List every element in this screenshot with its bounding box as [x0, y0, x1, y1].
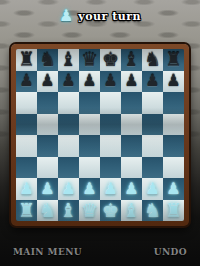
piece-black-pawn[interactable]: ♟	[103, 73, 117, 89]
square-b1[interactable]: ♞	[37, 200, 58, 222]
square-e1[interactable]: ♚	[100, 200, 121, 222]
square-c3[interactable]	[58, 157, 79, 179]
square-b3[interactable]	[37, 157, 58, 179]
square-d1[interactable]: ♛	[79, 200, 100, 222]
piece-white-rook[interactable]: ♜	[18, 201, 35, 220]
square-c4[interactable]	[58, 135, 79, 157]
square-g3[interactable]	[142, 157, 163, 179]
piece-white-bishop[interactable]: ♝	[123, 201, 140, 220]
piece-white-pawn[interactable]: ♟	[124, 181, 138, 197]
square-a2[interactable]: ♟	[16, 178, 37, 200]
square-h2[interactable]: ♟	[163, 178, 184, 200]
piece-black-queen[interactable]: ♛	[81, 50, 98, 69]
square-h4[interactable]	[163, 135, 184, 157]
square-g8[interactable]: ♞	[142, 49, 163, 71]
turn-indicator: ♟ your turn	[0, 5, 200, 27]
piece-black-rook[interactable]: ♜	[165, 50, 182, 69]
square-h3[interactable]	[163, 157, 184, 179]
square-c2[interactable]: ♟	[58, 178, 79, 200]
square-h5[interactable]	[163, 114, 184, 136]
piece-white-bishop[interactable]: ♝	[60, 201, 77, 220]
piece-black-bishop[interactable]: ♝	[123, 50, 140, 69]
square-g2[interactable]: ♟	[142, 178, 163, 200]
square-c7[interactable]: ♟	[58, 71, 79, 93]
piece-white-pawn[interactable]: ♟	[103, 181, 117, 197]
piece-black-pawn[interactable]: ♟	[82, 73, 96, 89]
square-f6[interactable]	[121, 92, 142, 114]
square-b4[interactable]	[37, 135, 58, 157]
piece-black-bishop[interactable]: ♝	[60, 50, 77, 69]
square-h1[interactable]: ♜	[163, 200, 184, 222]
chess-board[interactable]: ♜♞♝♛♚♝♞♜♟♟♟♟♟♟♟♟♟♟♟♟♟♟♟♟♜♞♝♛♚♝♞♜	[16, 49, 184, 221]
piece-white-pawn[interactable]: ♟	[40, 181, 54, 197]
square-d8[interactable]: ♛	[79, 49, 100, 71]
square-b7[interactable]: ♟	[37, 71, 58, 93]
piece-black-knight[interactable]: ♞	[39, 50, 56, 69]
square-h8[interactable]: ♜	[163, 49, 184, 71]
piece-white-pawn[interactable]: ♟	[82, 181, 96, 197]
square-g1[interactable]: ♞	[142, 200, 163, 222]
piece-black-rook[interactable]: ♜	[18, 50, 35, 69]
square-b5[interactable]	[37, 114, 58, 136]
piece-white-rook[interactable]: ♜	[165, 201, 182, 220]
piece-white-pawn[interactable]: ♟	[61, 181, 75, 197]
piece-black-pawn[interactable]: ♟	[40, 73, 54, 89]
square-e8[interactable]: ♚	[100, 49, 121, 71]
square-d5[interactable]	[79, 114, 100, 136]
square-a3[interactable]	[16, 157, 37, 179]
square-b8[interactable]: ♞	[37, 49, 58, 71]
piece-white-pawn[interactable]: ♟	[166, 181, 180, 197]
square-f2[interactable]: ♟	[121, 178, 142, 200]
square-f8[interactable]: ♝	[121, 49, 142, 71]
piece-black-pawn[interactable]: ♟	[124, 73, 138, 89]
square-d3[interactable]	[79, 157, 100, 179]
piece-white-pawn[interactable]: ♟	[145, 181, 159, 197]
square-b6[interactable]	[37, 92, 58, 114]
pawn-icon: ♟	[59, 8, 73, 24]
square-h7[interactable]: ♟	[163, 71, 184, 93]
square-e3[interactable]	[100, 157, 121, 179]
square-c8[interactable]: ♝	[58, 49, 79, 71]
square-e4[interactable]	[100, 135, 121, 157]
square-b2[interactable]: ♟	[37, 178, 58, 200]
piece-white-pawn[interactable]: ♟	[19, 181, 33, 197]
board-frame: ♜♞♝♛♚♝♞♜♟♟♟♟♟♟♟♟♟♟♟♟♟♟♟♟♜♞♝♛♚♝♞♜	[11, 44, 189, 226]
square-c6[interactable]	[58, 92, 79, 114]
square-c5[interactable]	[58, 114, 79, 136]
square-g4[interactable]	[142, 135, 163, 157]
piece-black-knight[interactable]: ♞	[144, 50, 161, 69]
app-screen: ♟ your turn ♜♞♝♛♚♝♞♜♟♟♟♟♟♟♟♟♟♟♟♟♟♟♟♟♜♞♝♛…	[0, 0, 200, 266]
square-f7[interactable]: ♟	[121, 71, 142, 93]
square-e2[interactable]: ♟	[100, 178, 121, 200]
piece-white-king[interactable]: ♚	[102, 201, 119, 220]
piece-black-pawn[interactable]: ♟	[145, 73, 159, 89]
square-a4[interactable]	[16, 135, 37, 157]
piece-black-pawn[interactable]: ♟	[166, 73, 180, 89]
square-a6[interactable]	[16, 92, 37, 114]
square-e5[interactable]	[100, 114, 121, 136]
piece-white-knight[interactable]: ♞	[144, 201, 161, 220]
square-f5[interactable]	[121, 114, 142, 136]
piece-black-pawn[interactable]: ♟	[61, 73, 75, 89]
square-d2[interactable]: ♟	[79, 178, 100, 200]
square-d4[interactable]	[79, 135, 100, 157]
square-a7[interactable]: ♟	[16, 71, 37, 93]
square-f4[interactable]	[121, 135, 142, 157]
square-a1[interactable]: ♜	[16, 200, 37, 222]
square-d6[interactable]	[79, 92, 100, 114]
square-g7[interactable]: ♟	[142, 71, 163, 93]
square-d7[interactable]: ♟	[79, 71, 100, 93]
square-g6[interactable]	[142, 92, 163, 114]
piece-black-pawn[interactable]: ♟	[19, 73, 33, 89]
square-f3[interactable]	[121, 157, 142, 179]
square-e6[interactable]	[100, 92, 121, 114]
bottom-bar: MAIN MENU UNDO	[0, 243, 200, 261]
piece-white-knight[interactable]: ♞	[39, 201, 56, 220]
undo-button[interactable]: UNDO	[154, 247, 187, 257]
square-c1[interactable]: ♝	[58, 200, 79, 222]
main-menu-button[interactable]: MAIN MENU	[13, 247, 82, 257]
square-e7[interactable]: ♟	[100, 71, 121, 93]
square-a8[interactable]: ♜	[16, 49, 37, 71]
turn-status-text: your turn	[78, 10, 141, 23]
piece-white-queen[interactable]: ♛	[81, 201, 98, 220]
square-a5[interactable]	[16, 114, 37, 136]
piece-black-king[interactable]: ♚	[102, 50, 119, 69]
square-f1[interactable]: ♝	[121, 200, 142, 222]
square-h6[interactable]	[163, 92, 184, 114]
square-g5[interactable]	[142, 114, 163, 136]
